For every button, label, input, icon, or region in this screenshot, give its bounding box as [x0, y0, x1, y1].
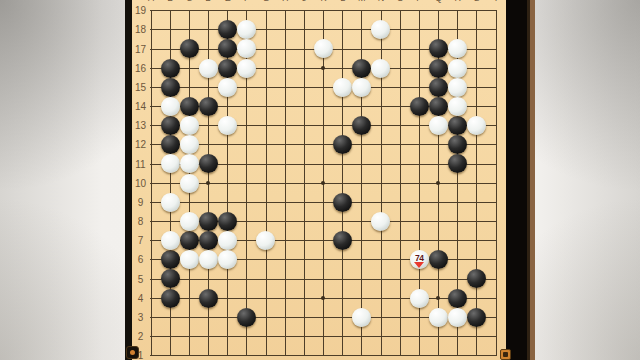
black-stone: [161, 250, 180, 269]
black-stone: [448, 154, 467, 173]
white-stone: [429, 116, 448, 135]
black-stone: [333, 231, 352, 250]
stones-layer: 74: [141, 1, 505, 360]
black-stone: [467, 269, 486, 288]
corner-logo-icon-right: [500, 349, 511, 360]
black-stone: [161, 269, 180, 288]
white-stone: [429, 308, 448, 327]
black-stone: [161, 289, 180, 308]
white-stone: [448, 39, 467, 58]
white-stone: [333, 78, 352, 97]
go-board[interactable]: ABCDEFGHJKLMNOPQRST 19181716151413121110…: [132, 0, 506, 360]
black-stone: [429, 250, 448, 269]
white-stone: [218, 231, 237, 250]
black-stone: [161, 78, 180, 97]
black-stone: [448, 135, 467, 154]
black-stone: [180, 231, 199, 250]
star-point: [436, 296, 440, 300]
black-stone: [199, 97, 218, 116]
white-stone: [180, 154, 199, 173]
black-stone: [161, 135, 180, 154]
black-stone: [333, 193, 352, 212]
white-stone: [180, 174, 199, 193]
move-number: 74: [415, 254, 423, 263]
white-stone: [218, 78, 237, 97]
white-stone: [237, 20, 256, 39]
white-stone: [218, 250, 237, 269]
black-stone: [352, 59, 371, 78]
white-stone: [371, 212, 390, 231]
black-stone: [180, 97, 199, 116]
white-stone: [218, 116, 237, 135]
white-stone: [237, 39, 256, 58]
white-stone: [256, 231, 275, 250]
black-stone: [333, 135, 352, 154]
black-stone: [410, 97, 429, 116]
black-stone: [199, 289, 218, 308]
black-stone: [352, 116, 371, 135]
white-stone: [180, 250, 199, 269]
black-stone: [161, 116, 180, 135]
white-stone: [237, 59, 256, 78]
star-point: [321, 66, 325, 70]
white-stone: [161, 231, 180, 250]
black-stone: [429, 39, 448, 58]
black-stone: [180, 39, 199, 58]
white-stone: [199, 250, 218, 269]
white-stone: [161, 97, 180, 116]
white-stone: [467, 116, 486, 135]
letterbox-strip-left: [125, 0, 132, 360]
black-stone: [199, 154, 218, 173]
black-stone: [199, 212, 218, 231]
white-stone: [410, 289, 429, 308]
star-point: [206, 181, 210, 185]
white-stone: [180, 212, 199, 231]
white-stone: [371, 59, 390, 78]
white-stone: [448, 308, 467, 327]
black-stone: [218, 59, 237, 78]
white-stone: [352, 308, 371, 327]
white-stone: [161, 154, 180, 173]
white-stone: [371, 20, 390, 39]
white-stone: [448, 59, 467, 78]
black-stone: [448, 116, 467, 135]
white-stone: [180, 116, 199, 135]
black-stone: [218, 39, 237, 58]
black-stone: [429, 59, 448, 78]
black-stone: [429, 97, 448, 116]
white-stone: [448, 97, 467, 116]
star-point: [321, 296, 325, 300]
white-stone: [352, 78, 371, 97]
letterbox-strip-right: [506, 0, 535, 360]
black-stone: [199, 231, 218, 250]
star-point: [436, 181, 440, 185]
black-stone: [448, 289, 467, 308]
black-stone: [218, 212, 237, 231]
corner-logo-icon-left: [126, 346, 139, 359]
black-stone: [429, 78, 448, 97]
black-stone: [161, 59, 180, 78]
white-stone: [161, 193, 180, 212]
white-stone: [180, 135, 199, 154]
white-stone: [314, 39, 333, 58]
black-stone: [237, 308, 256, 327]
white-stone: [448, 78, 467, 97]
black-stone: [467, 308, 486, 327]
last-move-stone: 74: [410, 250, 429, 269]
white-stone: [199, 59, 218, 78]
black-stone: [218, 20, 237, 39]
star-point: [321, 181, 325, 185]
